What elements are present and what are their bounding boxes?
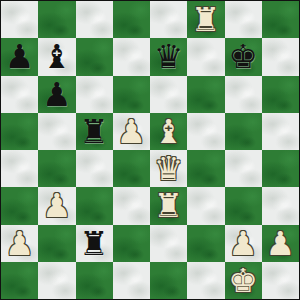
square-d2[interactable] [113, 225, 150, 262]
square-h6[interactable] [262, 76, 299, 113]
white-pawn[interactable]: ♟ [42, 187, 72, 224]
square-f6[interactable] [187, 76, 224, 113]
square-c1[interactable] [76, 262, 113, 299]
square-h8[interactable] [262, 1, 299, 38]
black-rook[interactable]: ♜ [79, 225, 109, 262]
square-c4[interactable] [76, 150, 113, 187]
square-g5[interactable] [225, 113, 262, 150]
square-b1[interactable] [38, 262, 75, 299]
square-d4[interactable] [113, 150, 150, 187]
square-e2[interactable] [150, 225, 187, 262]
square-h4[interactable] [262, 150, 299, 187]
square-a2[interactable]: ♟ [1, 225, 38, 262]
square-a8[interactable] [1, 1, 38, 38]
square-b8[interactable] [38, 1, 75, 38]
black-pawn[interactable]: ♟ [42, 76, 72, 113]
black-king[interactable]: ♚ [228, 38, 258, 75]
square-e7[interactable]: ♛ [150, 38, 187, 75]
square-h7[interactable] [262, 38, 299, 75]
square-e6[interactable] [150, 76, 187, 113]
square-e3[interactable]: ♜ [150, 187, 187, 224]
square-g3[interactable] [225, 187, 262, 224]
square-c3[interactable] [76, 187, 113, 224]
white-king[interactable]: ♚ [228, 262, 258, 299]
white-rook[interactable]: ♜ [191, 1, 221, 38]
square-h3[interactable] [262, 187, 299, 224]
square-g2[interactable]: ♟ [225, 225, 262, 262]
square-a5[interactable] [1, 113, 38, 150]
chess-board-grid: ♜♟♝♛♚♟♜♟♝♛♟♜♟♜♟♟♚ [1, 1, 299, 299]
square-f5[interactable] [187, 113, 224, 150]
square-h2[interactable]: ♟ [262, 225, 299, 262]
square-f1[interactable] [187, 262, 224, 299]
chess-board: ♜♟♝♛♚♟♜♟♝♛♟♜♟♜♟♟♚ [0, 0, 300, 300]
square-g4[interactable] [225, 150, 262, 187]
square-a7[interactable]: ♟ [1, 38, 38, 75]
white-pawn[interactable]: ♟ [5, 225, 35, 262]
white-bishop[interactable]: ♝ [154, 113, 184, 150]
square-b5[interactable] [38, 113, 75, 150]
square-h1[interactable] [262, 262, 299, 299]
square-c5[interactable]: ♜ [76, 113, 113, 150]
square-b3[interactable]: ♟ [38, 187, 75, 224]
white-queen[interactable]: ♛ [154, 150, 184, 187]
black-rook[interactable]: ♜ [79, 113, 109, 150]
square-e5[interactable]: ♝ [150, 113, 187, 150]
square-g1[interactable]: ♚ [225, 262, 262, 299]
square-f2[interactable] [187, 225, 224, 262]
black-pawn[interactable]: ♟ [5, 38, 35, 75]
black-bishop[interactable]: ♝ [42, 38, 72, 75]
square-f3[interactable] [187, 187, 224, 224]
square-b2[interactable] [38, 225, 75, 262]
square-f7[interactable] [187, 38, 224, 75]
square-a1[interactable] [1, 262, 38, 299]
square-b7[interactable]: ♝ [38, 38, 75, 75]
square-d3[interactable] [113, 187, 150, 224]
square-a6[interactable] [1, 76, 38, 113]
square-b6[interactable]: ♟ [38, 76, 75, 113]
square-d8[interactable] [113, 1, 150, 38]
white-pawn[interactable]: ♟ [266, 225, 296, 262]
square-a4[interactable] [1, 150, 38, 187]
square-d1[interactable] [113, 262, 150, 299]
square-h5[interactable] [262, 113, 299, 150]
square-e4[interactable]: ♛ [150, 150, 187, 187]
square-d6[interactable] [113, 76, 150, 113]
white-pawn[interactable]: ♟ [117, 113, 147, 150]
black-queen[interactable]: ♛ [154, 38, 184, 75]
square-c7[interactable] [76, 38, 113, 75]
square-b4[interactable] [38, 150, 75, 187]
square-c8[interactable] [76, 1, 113, 38]
square-f8[interactable]: ♜ [187, 1, 224, 38]
square-f4[interactable] [187, 150, 224, 187]
square-d7[interactable] [113, 38, 150, 75]
white-rook[interactable]: ♜ [154, 187, 184, 224]
square-e1[interactable] [150, 262, 187, 299]
square-g6[interactable] [225, 76, 262, 113]
square-g7[interactable]: ♚ [225, 38, 262, 75]
white-pawn[interactable]: ♟ [228, 225, 258, 262]
square-c2[interactable]: ♜ [76, 225, 113, 262]
square-c6[interactable] [76, 76, 113, 113]
square-a3[interactable] [1, 187, 38, 224]
square-d5[interactable]: ♟ [113, 113, 150, 150]
square-g8[interactable] [225, 1, 262, 38]
square-e8[interactable] [150, 1, 187, 38]
